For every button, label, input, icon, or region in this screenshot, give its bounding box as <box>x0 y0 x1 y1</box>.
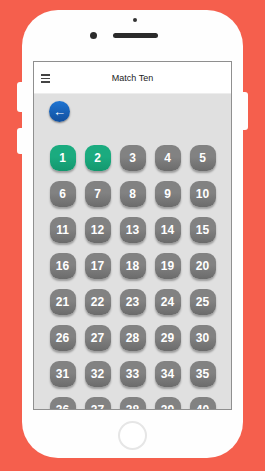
number-button-3[interactable]: 3 <box>120 145 146 171</box>
number-button-27[interactable]: 27 <box>85 325 111 351</box>
number-button-9[interactable]: 9 <box>155 181 181 207</box>
app-screen: Match Ten ← 1234567891011121314151617181… <box>33 61 232 410</box>
proximity-sensor-icon <box>133 18 137 22</box>
number-button-11[interactable]: 11 <box>50 217 76 243</box>
number-button-20[interactable]: 20 <box>190 253 216 279</box>
number-button-4[interactable]: 4 <box>155 145 181 171</box>
number-button-40[interactable]: 40 <box>190 397 216 410</box>
number-button-28[interactable]: 28 <box>120 325 146 351</box>
number-button-14[interactable]: 14 <box>155 217 181 243</box>
number-button-37[interactable]: 37 <box>85 397 111 410</box>
number-button-26[interactable]: 26 <box>50 325 76 351</box>
number-grid: 1234567891011121314151617181920212223242… <box>34 145 231 410</box>
number-button-21[interactable]: 21 <box>50 289 76 315</box>
front-camera-icon <box>90 32 97 39</box>
app-bar: Match Ten <box>34 62 231 94</box>
number-button-7[interactable]: 7 <box>85 181 111 207</box>
game-content: ← 12345678910111213141516171819202122232… <box>34 101 231 410</box>
number-button-29[interactable]: 29 <box>155 325 181 351</box>
number-button-10[interactable]: 10 <box>190 181 216 207</box>
number-button-12[interactable]: 12 <box>85 217 111 243</box>
phone-body: Match Ten ← 1234567891011121314151617181… <box>22 10 243 458</box>
number-button-6[interactable]: 6 <box>50 181 76 207</box>
number-button-31[interactable]: 31 <box>50 361 76 387</box>
number-button-33[interactable]: 33 <box>120 361 146 387</box>
earpiece-speaker <box>113 33 158 38</box>
number-button-32[interactable]: 32 <box>85 361 111 387</box>
number-button-13[interactable]: 13 <box>120 217 146 243</box>
number-button-5[interactable]: 5 <box>190 145 216 171</box>
number-button-35[interactable]: 35 <box>190 361 216 387</box>
number-button-8[interactable]: 8 <box>120 181 146 207</box>
number-button-22[interactable]: 22 <box>85 289 111 315</box>
number-button-15[interactable]: 15 <box>190 217 216 243</box>
number-button-39[interactable]: 39 <box>155 397 181 410</box>
number-button-38[interactable]: 38 <box>120 397 146 410</box>
number-button-18[interactable]: 18 <box>120 253 146 279</box>
number-button-34[interactable]: 34 <box>155 361 181 387</box>
number-button-2[interactable]: 2 <box>85 145 111 171</box>
number-button-24[interactable]: 24 <box>155 289 181 315</box>
number-button-17[interactable]: 17 <box>85 253 111 279</box>
back-button[interactable]: ← <box>49 101 70 122</box>
number-button-16[interactable]: 16 <box>50 253 76 279</box>
arrow-left-icon: ← <box>53 104 66 119</box>
number-button-36[interactable]: 36 <box>50 397 76 410</box>
number-button-25[interactable]: 25 <box>190 289 216 315</box>
page-title: Match Ten <box>34 62 231 93</box>
number-button-1[interactable]: 1 <box>50 145 76 171</box>
home-button <box>118 421 147 450</box>
number-button-23[interactable]: 23 <box>120 289 146 315</box>
number-button-19[interactable]: 19 <box>155 253 181 279</box>
number-button-30[interactable]: 30 <box>190 325 216 351</box>
